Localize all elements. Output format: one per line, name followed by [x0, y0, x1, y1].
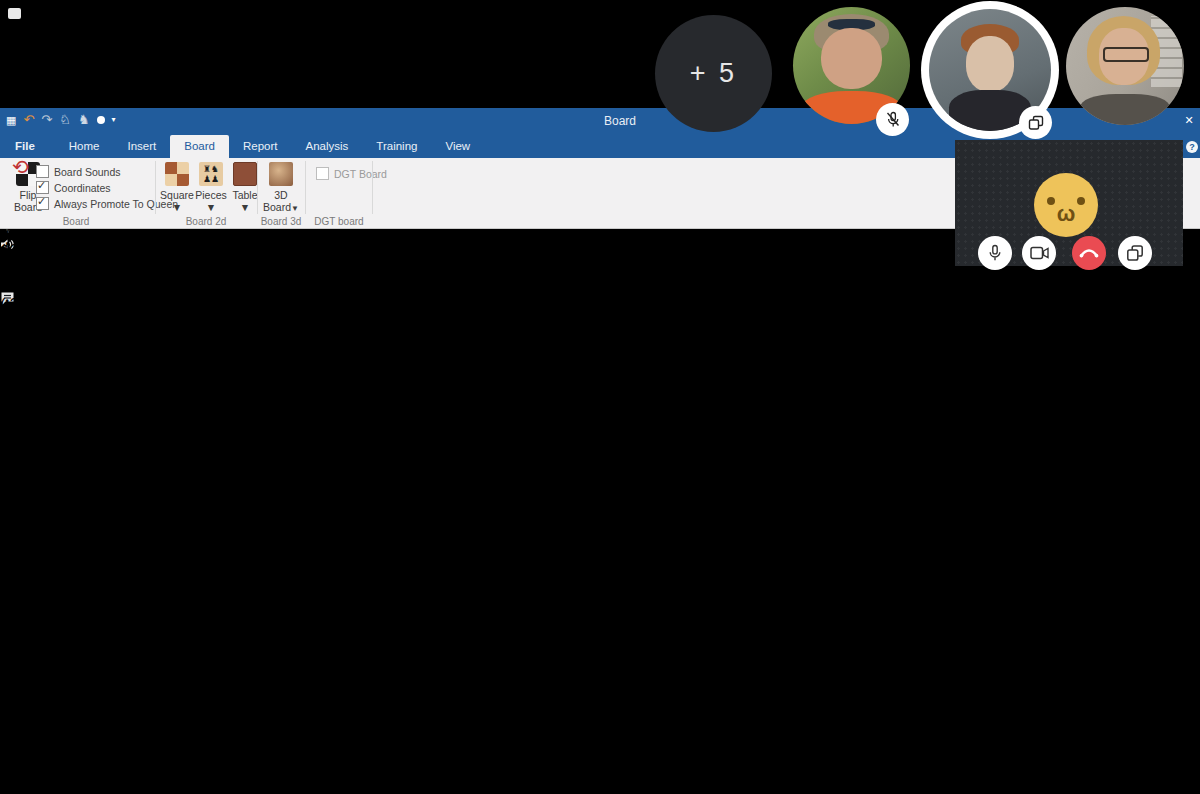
checkbox-label: Board Sounds: [54, 166, 121, 178]
piece-white-pawn[interactable]: ♟: [0, 563, 14, 580]
notation-line: ( 4...d6 5.Nxf7 ): [0, 332, 243, 350]
overlay-corner-icon: [8, 8, 21, 19]
menu-tab-analysis[interactable]: Analysis: [291, 135, 362, 158]
notation-line: ( 3...Nf6 4.Ng5 d5: [0, 314, 243, 332]
group-label-board2d: Board 2d: [158, 216, 254, 227]
notation-line: ( 3.Bc4 Bc5: [0, 296, 243, 314]
square-e1[interactable]: ♚: [0, 657, 20, 676]
window-close-button[interactable]: ✕: [1181, 112, 1197, 128]
mic-button[interactable]: [978, 236, 1012, 270]
notation-scrollbar[interactable]: ▲ ▼: [0, 368, 243, 404]
square-d4[interactable]: ♞: [0, 429, 20, 448]
scroll-right-icon[interactable]: ►: [20, 261, 36, 278]
piece-white-knight[interactable]: ♞: [0, 468, 14, 485]
square-h2[interactable]: ♟: [0, 581, 20, 600]
scroll-up-icon[interactable]: ▲: [0, 368, 243, 386]
more-participants-circle[interactable]: + 5: [655, 15, 772, 132]
square-f2[interactable]: ♟: [0, 543, 20, 562]
glasses: [1103, 47, 1149, 62]
notation-text: 5.Nxf7 Bxf2+ ): [60, 350, 166, 367]
smiley-reaction: ω: [1034, 173, 1098, 237]
annotation-symbol[interactable]: ♟: [26, 405, 40, 422]
square-g2[interactable]: ♟: [0, 562, 20, 581]
piece-tool-icon[interactable]: ♘: [59, 112, 71, 128]
checkbox-board-sounds[interactable]: Board Sounds: [36, 165, 121, 178]
camera-button[interactable]: [1022, 236, 1056, 270]
avatar-face: [966, 36, 1015, 92]
square-f1[interactable]: ♝: [0, 676, 20, 695]
square-e4[interactable]: ♟: [0, 448, 20, 467]
notation-text: (: [0, 314, 10, 331]
square-style-icon: [165, 162, 189, 186]
dgt-board-checkbox[interactable]: DGT Board: [316, 167, 387, 180]
redo-icon[interactable]: ↷: [41, 112, 52, 128]
square-b2[interactable]: ♟: [0, 505, 20, 524]
checkbox-always-promote-to-queen[interactable]: Always Promote To Queen: [36, 197, 178, 210]
checkbox-icon: [36, 165, 49, 178]
piece-white-bishop[interactable]: ♝: [0, 677, 14, 694]
checkbox-icon: [316, 167, 329, 180]
annotation-symbol[interactable]: ↑: [0, 405, 8, 422]
board3d-button[interactable]: 3D Board▼: [262, 162, 300, 213]
undo-icon[interactable]: ↶: [23, 112, 34, 128]
group-label-board: Board: [0, 216, 152, 227]
square-c2[interactable]: ♟: [0, 524, 20, 543]
black-piece-tool-icon[interactable]: ♞: [78, 112, 90, 128]
cloud-engine-line: 6.Be3 Bg7 7.f30.72dept: [0, 243, 239, 261]
square-style-button[interactable]: Square ▼: [160, 162, 194, 213]
square-style-label: Square: [160, 189, 194, 201]
file-label-d: D: [0, 768, 20, 786]
square-a1[interactable]: ♜: [0, 600, 20, 619]
dgt-board-label: DGT Board: [334, 168, 387, 180]
square-h1[interactable]: ♜: [0, 695, 20, 714]
menu-tab-view[interactable]: View: [431, 135, 484, 158]
participant-video-3[interactable]: [1066, 7, 1184, 125]
cloud-line-depth: dept: [137, 243, 168, 260]
annotation-symbol[interactable]: ✕: [8, 405, 21, 422]
annotation-symbol[interactable]: ?!: [110, 405, 123, 422]
piece-white-rook[interactable]: ♜: [0, 601, 14, 618]
annotation-symbol[interactable]: =: [183, 405, 192, 422]
piece-white-king[interactable]: ♚: [0, 658, 14, 675]
qat-dropdown-icon[interactable]: ▾: [112, 112, 116, 128]
checkbox-icon: [36, 181, 49, 194]
ribbon-help-icon[interactable]: ?: [1186, 141, 1198, 153]
board3d-label: 3D Board: [263, 189, 291, 213]
piece-white-pawn[interactable]: ♟: [0, 582, 14, 599]
file-label-e: E: [0, 786, 20, 794]
piece-white-pawn[interactable]: ♟: [0, 487, 14, 504]
pieces-style-icon: ♜♞♟♟: [199, 162, 223, 186]
notation-move[interactable]: 4...d6: [10, 332, 50, 349]
piece-white-pawn[interactable]: ♟: [0, 544, 14, 561]
file-label-a: A: [0, 714, 20, 732]
cloud-line-eval: 0.72: [106, 243, 137, 260]
quick-access-toolbar: ▦ ↶ ↷ ♘ ♞ ▾: [6, 111, 116, 129]
square-c3[interactable]: ♞: [0, 467, 20, 486]
scroll-down-icon[interactable]: ▼: [0, 386, 243, 404]
annotation-toolbar: ↑✕]♟♟♟♟!!!!??!???+-±⩲=: [0, 404, 243, 423]
share-screen-button[interactable]: [1118, 236, 1152, 270]
notation-text: (: [0, 296, 10, 313]
group-label-dgt: DGT board: [308, 216, 370, 227]
mic-muted-badge: [876, 103, 909, 136]
scroll-left-icon[interactable]: ◄: [0, 261, 16, 278]
menu-tab-board[interactable]: Board: [170, 135, 229, 158]
annotation-symbol[interactable]: !!: [83, 405, 92, 422]
cloud-line-moves: 6.Be3 Bg7 7.f3: [0, 243, 106, 260]
menu-tab-report[interactable]: Report: [229, 135, 292, 158]
file-label-b: B: [0, 732, 20, 750]
piece-white-pawn[interactable]: ♟: [0, 525, 14, 542]
piece-white-rook[interactable]: ♜: [0, 696, 14, 713]
notation-text: 5.Nxf7 ): [50, 332, 110, 349]
piece-white-pawn[interactable]: ♟: [0, 449, 14, 466]
table-style-icon: [233, 162, 257, 186]
square-d1[interactable]: ♛: [0, 638, 20, 657]
lamp-icon[interactable]: [97, 116, 105, 124]
annotation-symbol[interactable]: ⩲: [173, 405, 182, 422]
piece-white-knight[interactable]: ♞: [0, 430, 14, 447]
piece-white-pawn[interactable]: ♟: [0, 506, 14, 523]
annotation-symbol[interactable]: ♟♟: [55, 405, 84, 422]
annotation-symbol[interactable]: ?: [123, 405, 132, 422]
group-label-board3d: Board 3d: [258, 216, 304, 227]
checkbox-icon: [36, 197, 49, 210]
file-labels: ABCDEFGH: [0, 714, 20, 794]
checkbox-label: Coordinates: [54, 182, 111, 194]
notation-text: Bc5: [51, 296, 83, 313]
notation-text: (: [0, 332, 10, 349]
piece-white-bishop[interactable]: ♝: [0, 620, 14, 637]
board3d-icon: [269, 162, 293, 186]
notation-move[interactable]: 4...Bc5: [10, 350, 60, 367]
screen-share-badge: [1019, 106, 1052, 139]
menu-tab-home[interactable]: Home: [55, 135, 114, 158]
hang-up-button[interactable]: [1072, 236, 1106, 270]
avatar-face: [821, 28, 882, 89]
menu-tab-training[interactable]: Training: [362, 135, 431, 158]
annotation-symbol[interactable]: +-: [150, 405, 165, 422]
notation-text: 4.Ng5 d5: [57, 314, 126, 331]
chevron-down-icon: ▼: [160, 201, 194, 213]
annotation-symbol[interactable]: ♟: [40, 405, 54, 422]
piece-white-queen[interactable]: ♛: [0, 639, 14, 656]
engine-hscrollbar[interactable]: ◄ ►: [0, 261, 239, 279]
notation-line: 4...Nxe4 5.Nxe4 d5 ): [0, 278, 243, 296]
screen: ▦ ↶ ↷ ♘ ♞ ▾ Board ✕ ? FileHomeInsertBoar…: [0, 0, 1200, 794]
pieces-style-button[interactable]: ♜♞♟♟ Pieces ▼: [194, 162, 228, 213]
notation-move[interactable]: 3.Bc4: [10, 296, 51, 313]
file-label-c: C: [0, 750, 20, 768]
notation-line: ( 4...Bc5 5.Nxf7 Bxf2+ ): [0, 350, 243, 368]
annotation-symbol[interactable]: ??: [132, 405, 150, 422]
chevron-down-icon: ▼: [194, 201, 228, 213]
annotation-symbol[interactable]: !?: [97, 405, 110, 422]
notation-move[interactable]: 3...Nf6: [10, 314, 57, 331]
square-a2[interactable]: ♟: [0, 486, 20, 505]
notation-text: 4...Nxe4 5.Nxe4 d5 ): [0, 278, 147, 295]
menu-tab-insert[interactable]: Insert: [114, 135, 171, 158]
pieces-style-label: Pieces: [194, 189, 228, 201]
square-c1[interactable]: ♝: [0, 619, 20, 638]
app-icon: ▦: [6, 112, 16, 128]
checkbox-coordinates[interactable]: Coordinates: [36, 181, 111, 194]
notation-text: (: [0, 350, 10, 367]
